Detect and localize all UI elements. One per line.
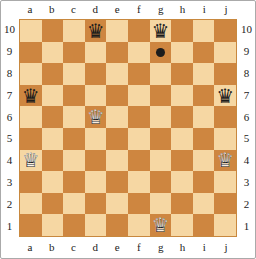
square-g6[interactable] (150, 106, 172, 128)
square-g8[interactable] (150, 63, 172, 85)
square-g4[interactable] (150, 150, 172, 172)
square-c2[interactable] (63, 193, 85, 215)
black-queen[interactable]: ♛ (215, 85, 236, 106)
file-label-g: g (150, 242, 172, 253)
file-label-e: e (106, 242, 128, 253)
square-d3[interactable] (85, 171, 107, 193)
file-label-c: c (63, 4, 85, 15)
square-h7[interactable] (171, 85, 193, 107)
square-h2[interactable] (171, 193, 193, 215)
square-d7[interactable] (85, 85, 107, 107)
square-f1[interactable] (128, 214, 150, 236)
square-a6[interactable] (20, 106, 42, 128)
rank-label-2: 2 (7, 193, 13, 215)
white-queen[interactable]: ♛♕ (85, 107, 106, 128)
square-f6[interactable] (128, 106, 150, 128)
square-c10[interactable] (63, 20, 85, 42)
square-d8[interactable] (85, 63, 107, 85)
square-b7[interactable] (42, 85, 64, 107)
square-a1[interactable] (20, 214, 42, 236)
rank-label-4: 4 (244, 150, 250, 172)
black-queen[interactable]: ♛ (85, 20, 106, 41)
square-h9[interactable] (171, 42, 193, 64)
rank-label-3: 3 (244, 172, 250, 194)
file-label-a: a (19, 4, 41, 15)
square-f8[interactable] (128, 63, 150, 85)
rank-label-10: 10 (4, 19, 15, 41)
black-queen[interactable]: ♛ (20, 85, 41, 106)
square-d4[interactable] (85, 150, 107, 172)
file-label-h: h (172, 4, 194, 15)
square-c5[interactable] (63, 128, 85, 150)
square-c7[interactable] (63, 85, 85, 107)
square-h4[interactable] (171, 150, 193, 172)
file-label-h: h (172, 242, 194, 253)
white-queen[interactable]: ♛♕ (215, 150, 236, 171)
rank-label-1: 1 (7, 215, 13, 237)
square-g9[interactable] (150, 42, 172, 64)
rank-label-5: 5 (244, 128, 250, 150)
square-i7[interactable] (193, 85, 215, 107)
square-d6[interactable]: ♛♕ (85, 106, 107, 128)
square-f5[interactable] (128, 128, 150, 150)
rank-label-5: 5 (7, 128, 13, 150)
square-b5[interactable] (42, 128, 64, 150)
square-g2[interactable] (150, 193, 172, 215)
file-label-i: i (193, 242, 215, 253)
square-e1[interactable] (106, 214, 128, 236)
square-j7[interactable]: ♛ (214, 85, 236, 107)
rank-label-9: 9 (244, 41, 250, 63)
square-e3[interactable] (106, 171, 128, 193)
file-label-c: c (63, 242, 85, 253)
file-label-e: e (106, 4, 128, 15)
square-h10[interactable] (171, 20, 193, 42)
square-a4[interactable]: ♛♕ (20, 150, 42, 172)
square-i5[interactable] (193, 128, 215, 150)
square-e2[interactable] (106, 193, 128, 215)
rank-label-7: 7 (7, 84, 13, 106)
square-i9[interactable] (193, 42, 215, 64)
square-c9[interactable] (63, 42, 85, 64)
square-e6[interactable] (106, 106, 128, 128)
square-f4[interactable] (128, 150, 150, 172)
square-a7[interactable]: ♛ (20, 85, 42, 107)
file-label-d: d (84, 4, 106, 15)
square-j2[interactable] (214, 193, 236, 215)
square-j10[interactable] (214, 20, 236, 42)
file-labels-top: abcdefghij (19, 1, 237, 18)
square-d5[interactable] (85, 128, 107, 150)
square-i2[interactable] (193, 193, 215, 215)
rank-label-6: 6 (7, 106, 13, 128)
square-g1[interactable]: ♛♕ (150, 214, 172, 236)
square-d2[interactable] (85, 193, 107, 215)
file-label-d: d (84, 242, 106, 253)
square-i8[interactable] (193, 63, 215, 85)
square-j3[interactable] (214, 171, 236, 193)
square-d1[interactable] (85, 214, 107, 236)
rank-label-7: 7 (244, 84, 250, 106)
move-marker-dot[interactable] (156, 48, 165, 57)
file-label-f: f (128, 242, 150, 253)
file-label-a: a (19, 242, 41, 253)
square-g5[interactable] (150, 128, 172, 150)
square-g10[interactable]: ♛ (150, 20, 172, 42)
square-j6[interactable] (214, 106, 236, 128)
file-label-b: b (41, 242, 63, 253)
square-f10[interactable] (128, 20, 150, 42)
square-h6[interactable] (171, 106, 193, 128)
rank-label-8: 8 (244, 63, 250, 85)
rank-label-6: 6 (244, 106, 250, 128)
square-f9[interactable] (128, 42, 150, 64)
square-d9[interactable] (85, 42, 107, 64)
square-a3[interactable] (20, 171, 42, 193)
square-c6[interactable] (63, 106, 85, 128)
square-e5[interactable] (106, 128, 128, 150)
square-h1[interactable] (171, 214, 193, 236)
rank-label-1: 1 (244, 215, 250, 237)
rank-label-9: 9 (7, 41, 13, 63)
square-e10[interactable] (106, 20, 128, 42)
file-label-j: j (215, 4, 237, 15)
rank-label-10: 10 (241, 19, 252, 41)
square-g7[interactable] (150, 85, 172, 107)
rank-labels-right: 10987654321 (238, 19, 255, 237)
square-c1[interactable] (63, 214, 85, 236)
file-labels-bottom: abcdefghij (19, 239, 237, 256)
square-b10[interactable] (42, 20, 64, 42)
square-h8[interactable] (171, 63, 193, 85)
square-e8[interactable] (106, 63, 128, 85)
square-f2[interactable] (128, 193, 150, 215)
rank-label-2: 2 (244, 193, 250, 215)
square-b1[interactable] (42, 214, 64, 236)
square-b4[interactable] (42, 150, 64, 172)
square-c4[interactable] (63, 150, 85, 172)
square-i1[interactable] (193, 214, 215, 236)
file-label-g: g (150, 4, 172, 15)
square-i6[interactable] (193, 106, 215, 128)
white-queen[interactable]: ♛♕ (150, 215, 171, 236)
file-label-i: i (193, 4, 215, 15)
square-a5[interactable] (20, 128, 42, 150)
square-a10[interactable] (20, 20, 42, 42)
square-j8[interactable] (214, 63, 236, 85)
file-label-j: j (215, 242, 237, 253)
square-a8[interactable] (20, 63, 42, 85)
square-b2[interactable] (42, 193, 64, 215)
square-b6[interactable] (42, 106, 64, 128)
square-i4[interactable] (193, 150, 215, 172)
rank-label-8: 8 (7, 63, 13, 85)
square-g3[interactable] (150, 171, 172, 193)
square-b3[interactable] (42, 171, 64, 193)
square-b9[interactable] (42, 42, 64, 64)
square-h5[interactable] (171, 128, 193, 150)
square-c8[interactable] (63, 63, 85, 85)
file-label-b: b (41, 4, 63, 15)
square-j5[interactable] (214, 128, 236, 150)
square-d10[interactable]: ♛ (85, 20, 107, 42)
puzzle-board-window: abcdefghij 10987654321 10987654321 abcde… (0, 0, 256, 259)
square-f3[interactable] (128, 171, 150, 193)
rank-label-3: 3 (7, 172, 13, 194)
square-h3[interactable] (171, 171, 193, 193)
rank-label-4: 4 (7, 150, 13, 172)
square-f7[interactable] (128, 85, 150, 107)
rank-labels-left: 10987654321 (1, 19, 18, 237)
square-i10[interactable] (193, 20, 215, 42)
board-grid: ♛♛♛♛♛♕♛♕♛♕♛♕ (19, 19, 237, 237)
square-j9[interactable] (214, 42, 236, 64)
square-c3[interactable] (63, 171, 85, 193)
square-b8[interactable] (42, 63, 64, 85)
white-queen[interactable]: ♛♕ (20, 150, 41, 171)
square-a9[interactable] (20, 42, 42, 64)
square-j4[interactable]: ♛♕ (214, 150, 236, 172)
black-queen[interactable]: ♛ (150, 20, 171, 41)
square-e4[interactable] (106, 150, 128, 172)
square-i3[interactable] (193, 171, 215, 193)
square-e9[interactable] (106, 42, 128, 64)
square-j1[interactable] (214, 214, 236, 236)
file-label-f: f (128, 4, 150, 15)
square-a2[interactable] (20, 193, 42, 215)
square-e7[interactable] (106, 85, 128, 107)
